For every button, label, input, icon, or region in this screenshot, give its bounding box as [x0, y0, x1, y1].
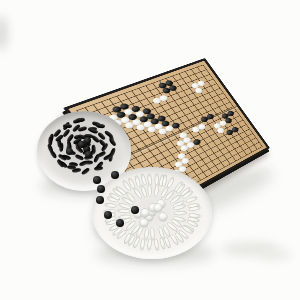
white-bowl-stone: [134, 176, 140, 187]
black-stone-in-white-bowl: [104, 211, 112, 219]
star-point: [200, 158, 203, 160]
white-bowl-stones: [92, 167, 212, 259]
go-set-photo: [0, 0, 300, 300]
black-bowl-stone: [80, 167, 90, 176]
black-stone-in-white-bowl: [97, 185, 105, 193]
star-point: [178, 129, 181, 131]
black-stone-in-white-bowl: [111, 171, 119, 179]
white-bowl-stone: [147, 184, 151, 196]
background-shadow: [258, 250, 292, 260]
white-bowl-stone: [144, 227, 148, 239]
white-bowl-stone: [147, 239, 152, 250]
star-point: [215, 113, 218, 115]
black-bowl-stone: [78, 126, 88, 133]
star-point: [235, 140, 238, 142]
white-bowl-stone: [164, 237, 171, 248]
black-bowl-stone: [48, 137, 52, 146]
black-bowl-stone: [66, 148, 73, 155]
white-stone-bowl[interactable]: [92, 167, 212, 259]
black-stone-in-white-bowl: [116, 219, 124, 227]
background-shadow: [0, 16, 8, 50]
black-bowl-stone: [78, 141, 85, 148]
black-bowl-stone: [96, 124, 105, 129]
black-bowl-stone: [78, 159, 88, 166]
white-bowl-stone: [105, 203, 116, 207]
black-stone-in-white-bowl: [96, 196, 104, 204]
white-stone: [216, 127, 225, 134]
white-bowl-stone: [141, 174, 147, 185]
white-bowl-stone: [185, 196, 196, 203]
white-bowl-stone: [140, 219, 148, 227]
star-point: [137, 148, 140, 151]
black-stone-in-white-bowl: [93, 176, 101, 184]
black-stone-in-white-bowl: [131, 206, 139, 214]
white-bowl-stone: [159, 213, 167, 221]
white-bowl-stone: [153, 239, 158, 250]
black-bowl-stone: [108, 137, 117, 147]
white-bowl-stone: [154, 204, 162, 212]
black-bowl-stone: [85, 151, 92, 158]
white-bowl-stone: [140, 238, 145, 249]
white-bowl-stone: [154, 184, 159, 196]
white-bowl-stone: [175, 211, 187, 215]
white-stone: [194, 87, 203, 94]
white-bowl-stone: [117, 209, 129, 213]
